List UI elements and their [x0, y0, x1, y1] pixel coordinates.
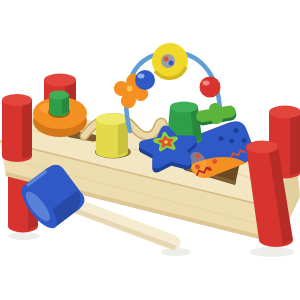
product-photo-canvas — [0, 0, 300, 300]
yellow-disc-bead — [152, 43, 188, 79]
shadow-right — [250, 247, 294, 257]
peg-back-right-shade — [290, 112, 300, 176]
toy-bench-photo — [0, 0, 300, 300]
shadow-left — [8, 232, 40, 240]
peg-front-right-top — [246, 141, 278, 154]
peg-back-left-top — [44, 74, 76, 87]
peg-back-right-top — [269, 106, 300, 119]
green-peg-top — [170, 102, 198, 113]
yellow-disc-hole — [161, 54, 175, 68]
red-ball-highlight — [203, 81, 210, 86]
red-ball-bead — [200, 77, 221, 98]
blue-ball-highlight — [138, 74, 145, 79]
peg-front-left — [2, 94, 32, 162]
peg-front-left-shade — [22, 100, 32, 159]
yellow-peg-top — [96, 113, 128, 125]
star-sticker-center — [164, 140, 168, 144]
blue-ball-bead — [135, 70, 155, 90]
yellow-disc-core-red — [164, 57, 169, 62]
yellow-disc-core-blue — [169, 61, 174, 66]
ring-stacker — [33, 91, 87, 138]
ring-peg-top — [49, 91, 69, 100]
peg-front-left-top — [2, 94, 32, 106]
